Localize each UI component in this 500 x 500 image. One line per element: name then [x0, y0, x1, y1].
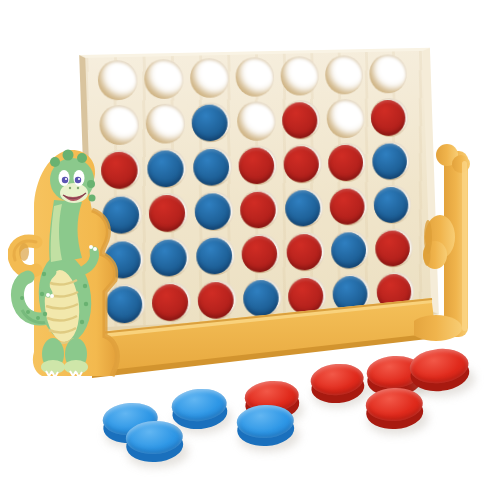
- loose-disc-red[interactable]: [407, 346, 470, 394]
- loose-disc-blue[interactable]: [235, 404, 294, 448]
- connect-four-set: [0, 0, 500, 500]
- loose-discs-layer: [0, 0, 500, 500]
- loose-disc-blue[interactable]: [170, 387, 228, 432]
- loose-disc-red[interactable]: [309, 361, 365, 404]
